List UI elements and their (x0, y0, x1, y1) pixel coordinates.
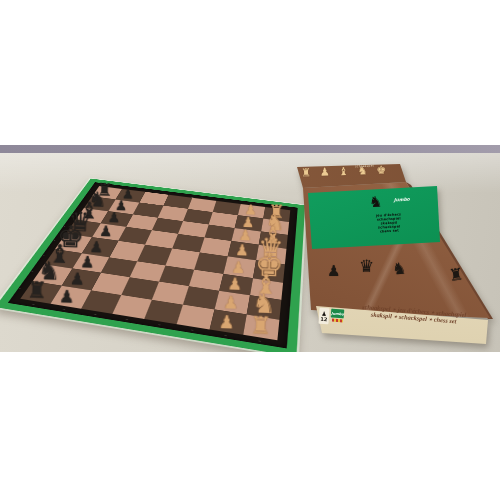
edge-mark: · (125, 317, 128, 321)
box-art-piece-icon: ♟ (327, 262, 340, 280)
badge-number: 12 (320, 316, 327, 321)
black-pawn: ♟ (59, 289, 75, 307)
edge-mark: · (62, 307, 66, 311)
edge-mark: · (63, 225, 66, 228)
black-rook: ♜ (97, 181, 113, 199)
board-grid: ········ ········ ♜♟♟♜♞♟♟♞♝♟♟♝♛♟♟♛♚♟♟♚♝♟… (0, 179, 305, 352)
black-pawn: ♟ (108, 211, 121, 226)
knight-silhouette-icon: ♞ (369, 195, 383, 211)
chessboard-wrapper: ········ ········ ♜♟♟♜♞♟♟♞♝♟♟♝♛♟♟♛♚♟♟♚♝♟… (2, 145, 342, 352)
edge-mark: · (43, 254, 47, 257)
white-pawn: ♟ (245, 204, 258, 218)
white-pawn: ♟ (223, 294, 239, 312)
box-art-piece-icon: ♛ (359, 256, 374, 276)
box-art-piece-icon: ♜ (448, 264, 465, 285)
box-art-piece-icon: ♜ (301, 167, 311, 179)
box-art-piece-icon: ♞ (391, 259, 407, 279)
photo-scene: ········ ········ ♜♟♟♜♞♟♟♞♝♟♟♝♛♟♟♛♚♟♟♚♝♟… (0, 145, 500, 352)
square: ♚ (253, 260, 285, 282)
chess-set-box: ♜♟♝♞♚ schaakspel ♞ Jumbo jeu d'échecssch… (293, 157, 500, 352)
edge-mark: · (93, 312, 97, 316)
box-panel-text: jeu d'échecsschachspielskakspilschackspe… (349, 211, 430, 235)
box-strip-label: schaakspel (355, 164, 374, 169)
black-pawn: ♟ (70, 271, 85, 288)
white-pawn: ♟ (235, 243, 249, 259)
edge-mark: · (191, 328, 194, 332)
black-pawn: ♟ (99, 224, 113, 239)
square (152, 282, 189, 305)
box-art-piece-icon: ♚ (376, 165, 386, 177)
square: ♟ (219, 274, 253, 296)
box-art-piece-icon: ♝ (339, 166, 349, 178)
white-pawn: ♟ (242, 215, 255, 230)
edge-mark: · (53, 239, 56, 242)
jumbo-logo-badge: Jumbo (331, 309, 345, 319)
black-pawn: ♟ (122, 188, 134, 202)
players-badge: ♟ 12 (318, 308, 329, 325)
edge-mark: · (224, 333, 227, 337)
white-pawn: ♟ (231, 260, 246, 276)
black-pawn: ♟ (115, 199, 128, 213)
edge-mark: · (81, 201, 84, 203)
edge-mark: · (18, 287, 22, 291)
white-rook: ♜ (268, 202, 285, 221)
edge-mark: · (73, 212, 76, 214)
square (189, 270, 224, 291)
black-pawn: ♟ (80, 255, 95, 271)
square: ♝ (250, 278, 283, 300)
edge-mark: · (259, 339, 262, 343)
edge-mark: · (31, 269, 35, 272)
edge-mark: · (158, 322, 161, 326)
box-art-piece-icon: ♟ (320, 166, 330, 178)
jumbo-logo-panel: Jumbo (394, 197, 410, 203)
black-pawn: ♟ (89, 240, 103, 256)
edge-mark: · (31, 302, 35, 306)
square: ♜ (243, 314, 279, 340)
white-rook: ♜ (250, 313, 273, 338)
white-pawn: ♟ (239, 228, 253, 243)
white-pawn: ♟ (219, 314, 236, 333)
edge-mark: · (89, 190, 92, 192)
white-pawn: ♟ (227, 276, 242, 293)
